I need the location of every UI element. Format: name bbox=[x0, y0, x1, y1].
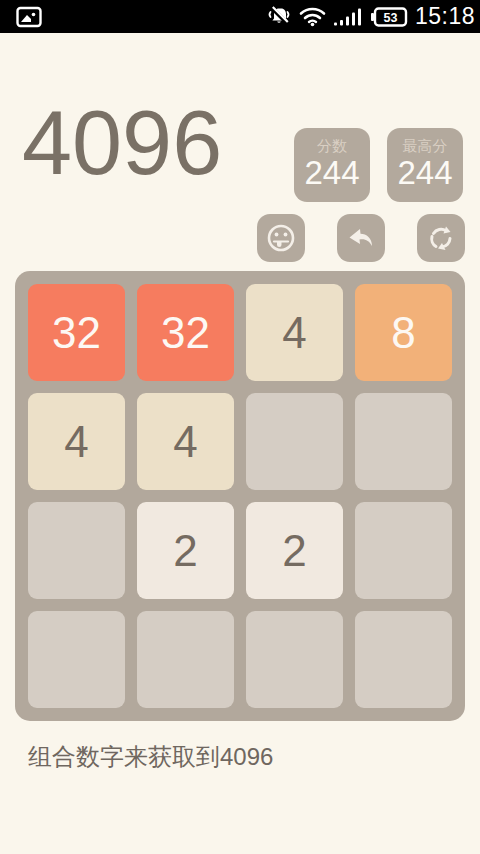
empty-cell-r4c1 bbox=[28, 611, 125, 708]
battery-icon: 53 bbox=[370, 6, 408, 28]
emoji-button[interactable] bbox=[257, 214, 305, 262]
refresh-icon bbox=[425, 222, 457, 254]
tile-8-r1c4: 8 bbox=[355, 284, 452, 381]
restart-button[interactable] bbox=[417, 214, 465, 262]
best-score-value: 244 bbox=[397, 154, 452, 192]
score-box: 分数 244 bbox=[294, 128, 370, 202]
smiley-tongue-icon bbox=[265, 222, 297, 254]
empty-cell-r4c2 bbox=[137, 611, 234, 708]
score-label: 分数 bbox=[317, 138, 347, 155]
battery-percent-text: 53 bbox=[383, 11, 397, 25]
tile-2-r3c2: 2 bbox=[137, 502, 234, 599]
tile-4-r2c1: 4 bbox=[28, 393, 125, 490]
best-score-box: 最高分 244 bbox=[387, 128, 463, 202]
status-time: 15:18 bbox=[415, 3, 475, 30]
score-panel: 分数 244 最高分 244 bbox=[294, 128, 463, 202]
screenshot-image-icon bbox=[16, 6, 42, 28]
wifi-icon bbox=[299, 6, 326, 27]
tile-4-r1c3: 4 bbox=[246, 284, 343, 381]
empty-cell-r2c3 bbox=[246, 393, 343, 490]
mute-vibrate-icon bbox=[266, 6, 292, 28]
score-value: 244 bbox=[304, 154, 359, 192]
empty-cell-r4c3 bbox=[246, 611, 343, 708]
empty-cell-r3c1 bbox=[28, 502, 125, 599]
best-score-label: 最高分 bbox=[403, 138, 448, 155]
tile-32-r1c1: 32 bbox=[28, 284, 125, 381]
empty-cell-r3c4 bbox=[355, 502, 452, 599]
tile-32-r1c2: 32 bbox=[137, 284, 234, 381]
back-arrow-icon bbox=[345, 222, 377, 254]
undo-button[interactable] bbox=[337, 214, 385, 262]
empty-cell-r4c4 bbox=[355, 611, 452, 708]
empty-cell-r2c4 bbox=[355, 393, 452, 490]
board[interactable]: 3232484422 bbox=[15, 271, 465, 721]
tile-2-r3c3: 2 bbox=[246, 502, 343, 599]
tile-4-r2c2: 4 bbox=[137, 393, 234, 490]
toolbar bbox=[257, 214, 465, 262]
signal-strength-icon bbox=[333, 6, 363, 27]
hint-text: 组合数字来获取到4096 bbox=[28, 741, 273, 773]
game-title: 4096 bbox=[22, 98, 222, 188]
status-bar: 53 15:18 bbox=[0, 0, 480, 33]
